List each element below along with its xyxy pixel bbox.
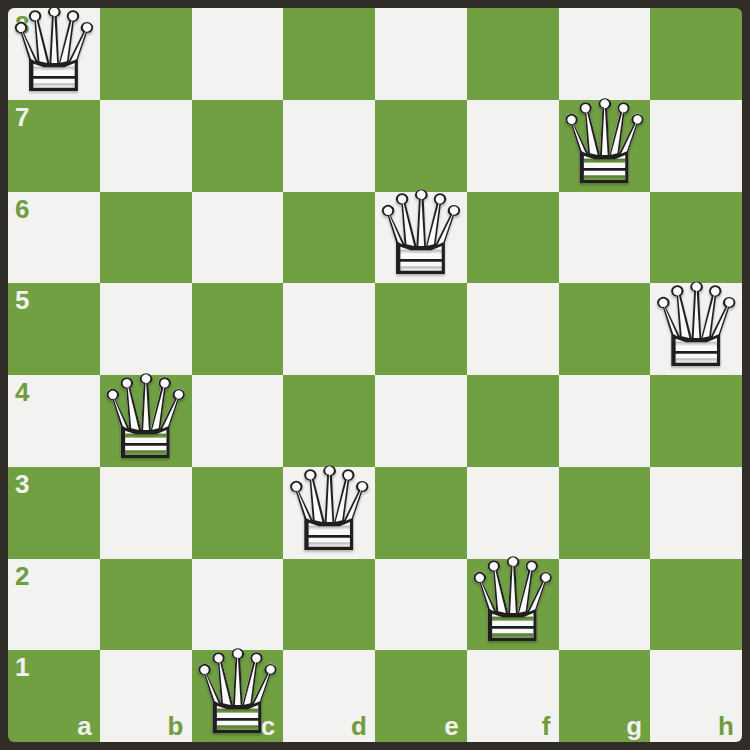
white-queen[interactable]: ♛♕ [192, 650, 284, 742]
square-f4[interactable] [467, 375, 559, 467]
square-b3[interactable] [100, 467, 192, 559]
square-g2[interactable] [559, 559, 651, 651]
square-c4[interactable] [192, 375, 284, 467]
square-a5[interactable]: 5 [8, 283, 100, 375]
square-e3[interactable] [375, 467, 467, 559]
square-c8[interactable] [192, 8, 284, 100]
square-g4[interactable] [559, 375, 651, 467]
square-b4[interactable]: ♛♕ [100, 375, 192, 467]
square-a3[interactable]: 3 [8, 467, 100, 559]
square-c5[interactable] [192, 283, 284, 375]
rank-label-3: 3 [15, 471, 29, 497]
square-a6[interactable]: 6 [8, 192, 100, 284]
file-label-h: h [718, 713, 734, 739]
square-c3[interactable] [192, 467, 284, 559]
square-d7[interactable] [283, 100, 375, 192]
square-g1[interactable]: g [559, 650, 651, 742]
square-g6[interactable] [559, 192, 651, 284]
square-e6[interactable]: ♛♕ [375, 192, 467, 284]
square-e1[interactable]: e [375, 650, 467, 742]
white-queen-fill-glyph: ♛ [369, 176, 473, 292]
white-queen-fill-glyph: ♛ [461, 543, 565, 659]
rank-label-7: 7 [15, 104, 29, 130]
rank-label-4: 4 [15, 379, 29, 405]
white-queen[interactable]: ♛♕ [375, 192, 467, 284]
square-f7[interactable] [467, 100, 559, 192]
white-queen-outline-glyph: ♕ [277, 451, 381, 567]
square-h8[interactable] [650, 8, 742, 100]
rank-label-1: 1 [15, 654, 29, 680]
square-f5[interactable] [467, 283, 559, 375]
square-d4[interactable] [283, 375, 375, 467]
white-queen-fill-glyph: ♛ [185, 635, 289, 742]
square-g8[interactable] [559, 8, 651, 100]
rank-label-6: 6 [15, 196, 29, 222]
board-frame: 8♛♕7♛♕6♛♕5♛♕4♛♕3♛♕2♛♕1abc♛♕defgh [0, 0, 750, 750]
white-queen[interactable]: ♛♕ [283, 467, 375, 559]
white-queen-fill-glyph: ♛ [8, 8, 106, 108]
square-d2[interactable] [283, 559, 375, 651]
square-f3[interactable] [467, 467, 559, 559]
square-d6[interactable] [283, 192, 375, 284]
square-f6[interactable] [467, 192, 559, 284]
white-queen-outline-glyph: ♕ [461, 543, 565, 659]
square-b8[interactable] [100, 8, 192, 100]
chess-board: 8♛♕7♛♕6♛♕5♛♕4♛♕3♛♕2♛♕1abc♛♕defgh [8, 8, 742, 742]
square-e5[interactable] [375, 283, 467, 375]
square-g3[interactable] [559, 467, 651, 559]
square-b2[interactable] [100, 559, 192, 651]
square-f2[interactable]: ♛♕ [467, 559, 559, 651]
square-e8[interactable] [375, 8, 467, 100]
square-d8[interactable] [283, 8, 375, 100]
square-b5[interactable] [100, 283, 192, 375]
square-g5[interactable] [559, 283, 651, 375]
square-a2[interactable]: 2 [8, 559, 100, 651]
square-c7[interactable] [192, 100, 284, 192]
square-f1[interactable]: f [467, 650, 559, 742]
file-label-f: f [542, 713, 551, 739]
white-queen[interactable]: ♛♕ [467, 559, 559, 651]
square-b1[interactable]: b [100, 650, 192, 742]
file-label-d: d [351, 713, 367, 739]
white-queen-fill-glyph: ♛ [277, 451, 381, 567]
square-g7[interactable]: ♛♕ [559, 100, 651, 192]
white-queen-outline-glyph: ♕ [369, 176, 473, 292]
file-label-g: g [626, 713, 642, 739]
rank-label-2: 2 [15, 563, 29, 589]
white-queen-outline-glyph: ♕ [552, 84, 656, 200]
white-queen-outline-glyph: ♕ [94, 359, 198, 475]
white-queen-fill-glyph: ♛ [644, 268, 742, 384]
square-d3[interactable]: ♛♕ [283, 467, 375, 559]
file-label-e: e [444, 713, 458, 739]
square-a8[interactable]: 8♛♕ [8, 8, 100, 100]
square-e4[interactable] [375, 375, 467, 467]
square-a1[interactable]: 1a [8, 650, 100, 742]
white-queen[interactable]: ♛♕ [650, 283, 742, 375]
square-h6[interactable] [650, 192, 742, 284]
white-queen-outline-glyph: ♕ [185, 635, 289, 742]
square-h3[interactable] [650, 467, 742, 559]
white-queen-fill-glyph: ♛ [94, 359, 198, 475]
square-f8[interactable] [467, 8, 559, 100]
square-b6[interactable] [100, 192, 192, 284]
square-d1[interactable]: d [283, 650, 375, 742]
square-h7[interactable] [650, 100, 742, 192]
white-queen-outline-glyph: ♕ [644, 268, 742, 384]
white-queen[interactable]: ♛♕ [559, 100, 651, 192]
file-label-b: b [168, 713, 184, 739]
square-d5[interactable] [283, 283, 375, 375]
white-queen-fill-glyph: ♛ [552, 84, 656, 200]
square-h4[interactable] [650, 375, 742, 467]
square-e7[interactable] [375, 100, 467, 192]
square-e2[interactable] [375, 559, 467, 651]
white-queen-outline-glyph: ♕ [8, 8, 106, 108]
square-h1[interactable]: h [650, 650, 742, 742]
white-queen[interactable]: ♛♕ [100, 375, 192, 467]
square-c6[interactable] [192, 192, 284, 284]
white-queen[interactable]: ♛♕ [8, 8, 100, 100]
square-h2[interactable] [650, 559, 742, 651]
file-label-a: a [77, 713, 91, 739]
square-a4[interactable]: 4 [8, 375, 100, 467]
rank-label-5: 5 [15, 287, 29, 313]
square-c1[interactable]: c♛♕ [192, 650, 284, 742]
square-a7[interactable]: 7 [8, 100, 100, 192]
square-b7[interactable] [100, 100, 192, 192]
square-h5[interactable]: ♛♕ [650, 283, 742, 375]
square-c2[interactable] [192, 559, 284, 651]
